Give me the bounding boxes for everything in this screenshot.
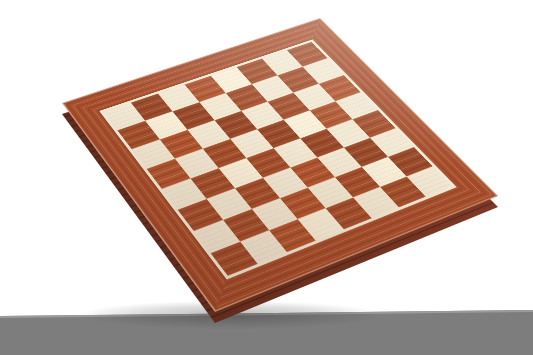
- product-photo-scene: [0, 0, 533, 355]
- chess-board: [62, 18, 498, 312]
